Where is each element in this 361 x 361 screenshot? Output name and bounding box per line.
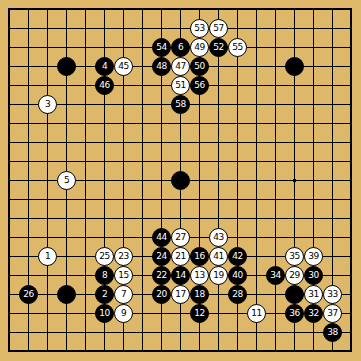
stone-black-54: 54: [152, 38, 171, 57]
board-grid: 1234567891011121314151617181920212223242…: [0, 0, 361, 361]
stone-white-5: 5: [57, 171, 76, 190]
stone-black-56: 56: [190, 76, 209, 95]
stone-white-11: 11: [247, 304, 266, 323]
stone-black-18: 18: [190, 285, 209, 304]
stone-white-15: 15: [114, 266, 133, 285]
stone-white-43: 43: [209, 228, 228, 247]
stone-white-57: 57: [209, 19, 228, 38]
handicap-stone: [285, 285, 304, 304]
stone-black-32: 32: [304, 304, 323, 323]
stone-white-29: 29: [285, 266, 304, 285]
stone-black-24: 24: [152, 247, 171, 266]
stone-white-51: 51: [171, 76, 190, 95]
stone-white-13: 13: [190, 266, 209, 285]
handicap-stone: [57, 285, 76, 304]
stone-white-21: 21: [171, 247, 190, 266]
stone-white-7: 7: [114, 285, 133, 304]
stone-black-6: 6: [171, 38, 190, 57]
stone-white-31: 31: [304, 285, 323, 304]
go-board-diagram: 1234567891011121314151617181920212223242…: [0, 0, 361, 361]
stone-black-48: 48: [152, 57, 171, 76]
stone-black-26: 26: [19, 285, 38, 304]
stone-white-19: 19: [209, 266, 228, 285]
stone-white-35: 35: [285, 247, 304, 266]
stone-black-8: 8: [95, 266, 114, 285]
stone-black-20: 20: [152, 285, 171, 304]
stone-white-55: 55: [228, 38, 247, 57]
handicap-stone: [285, 57, 304, 76]
stone-black-40: 40: [228, 266, 247, 285]
stone-white-41: 41: [209, 247, 228, 266]
stone-white-37: 37: [323, 304, 342, 323]
stone-white-33: 33: [323, 285, 342, 304]
stone-black-22: 22: [152, 266, 171, 285]
stone-black-44: 44: [152, 228, 171, 247]
stone-black-34: 34: [266, 266, 285, 285]
stone-white-23: 23: [114, 247, 133, 266]
stone-white-47: 47: [171, 57, 190, 76]
stone-white-49: 49: [190, 38, 209, 57]
star-point: [293, 179, 296, 182]
stone-white-27: 27: [171, 228, 190, 247]
stone-black-58: 58: [171, 95, 190, 114]
stone-black-12: 12: [190, 304, 209, 323]
stone-white-45: 45: [114, 57, 133, 76]
stone-black-38: 38: [323, 323, 342, 342]
stone-black-4: 4: [95, 57, 114, 76]
stone-black-46: 46: [95, 76, 114, 95]
stone-black-2: 2: [95, 285, 114, 304]
stone-white-1: 1: [38, 247, 57, 266]
stone-white-53: 53: [190, 19, 209, 38]
stone-black-30: 30: [304, 266, 323, 285]
stone-black-50: 50: [190, 57, 209, 76]
stone-white-9: 9: [114, 304, 133, 323]
handicap-stone: [171, 171, 190, 190]
handicap-stone: [57, 57, 76, 76]
stone-black-36: 36: [285, 304, 304, 323]
stone-black-28: 28: [228, 285, 247, 304]
stone-black-14: 14: [171, 266, 190, 285]
stone-white-39: 39: [304, 247, 323, 266]
stone-black-10: 10: [95, 304, 114, 323]
stone-white-3: 3: [38, 95, 57, 114]
stone-white-17: 17: [171, 285, 190, 304]
stone-white-25: 25: [95, 247, 114, 266]
stone-black-42: 42: [228, 247, 247, 266]
stone-black-16: 16: [190, 247, 209, 266]
stone-black-52: 52: [209, 38, 228, 57]
